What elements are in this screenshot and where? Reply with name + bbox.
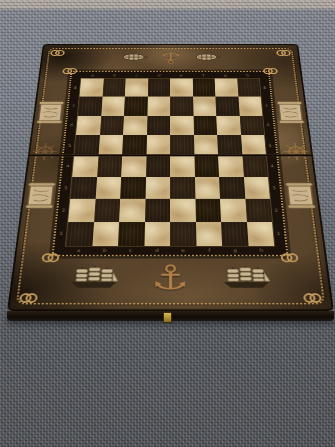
square-g1[interactable] [221,222,248,246]
checkerboard [66,79,274,246]
ship-topview-icon [120,52,149,61]
square-b8[interactable] [102,79,125,97]
scroll-map-icon [23,180,57,211]
square-d7[interactable] [147,97,170,116]
coordinate-label: a [81,73,104,77]
coordinate-label: 6 [264,116,273,136]
square-b3[interactable] [95,177,121,199]
coordinate-label: 2 [59,199,69,222]
square-g2[interactable] [220,199,247,222]
coordinate-label: 7 [69,97,77,116]
coordinate-label: 1 [56,222,66,246]
square-e6[interactable] [170,116,194,136]
square-b2[interactable] [94,199,121,222]
scroll-map-icon [283,180,317,211]
coordinate-label: 7 [262,97,270,116]
square-f1[interactable] [196,222,223,246]
square-b4[interactable] [97,156,122,177]
coordinate-label: g [214,73,236,77]
square-b7[interactable] [101,97,125,116]
coordinate-label: 8 [261,79,269,97]
rope-knot-icon [19,292,38,303]
square-f8[interactable] [192,79,215,97]
rope-knot-icon [280,252,298,262]
square-h1[interactable] [246,222,274,246]
file-labels-top: abcdefgh [81,73,259,77]
fold-seam [28,154,313,156]
coordinate-label: d [148,73,170,77]
square-c1[interactable] [118,222,145,246]
coordinate-label: 5 [65,135,74,155]
square-c5[interactable] [122,135,146,155]
square-e8[interactable] [170,79,193,97]
square-f6[interactable] [193,116,217,136]
square-g6[interactable] [216,116,240,136]
playing-field-frame: abcdefgh abcdefgh 87654321 87654321 [52,71,289,256]
square-h8[interactable] [237,79,261,97]
square-h2[interactable] [245,199,272,222]
square-d1[interactable] [144,222,170,246]
square-d6[interactable] [147,116,171,136]
board-border: ⚓ [7,44,334,311]
coordinate-label: 2 [272,199,282,222]
coordinate-label: f [192,73,214,77]
square-g8[interactable] [215,79,238,97]
coordinate-label: b [91,247,117,253]
square-f3[interactable] [195,177,220,199]
square-h7[interactable] [238,97,262,116]
coordinate-label: a [65,247,92,253]
square-c3[interactable] [120,177,145,199]
square-a2[interactable] [68,199,95,222]
square-c4[interactable] [121,156,146,177]
square-h4[interactable] [242,156,268,177]
square-a6[interactable] [76,116,101,136]
square-a5[interactable] [74,135,99,155]
rope-knot-icon [62,67,77,74]
coordinate-label: 5 [266,135,275,155]
coordinate-label: c [126,73,148,77]
square-d2[interactable] [145,199,170,222]
square-a1[interactable] [66,222,94,246]
coordinate-label: c [118,247,144,253]
rope-knot-icon [50,49,65,56]
square-a7[interactable] [78,97,102,116]
square-c7[interactable] [124,97,148,116]
square-g7[interactable] [215,97,239,116]
file-labels-bottom: abcdefgh [65,247,275,253]
coordinate-label: h [236,73,258,77]
scroll-map-icon [35,99,67,125]
coordinate-label: 1 [274,222,284,246]
square-e5[interactable] [170,135,194,155]
sailing-ship-icon [219,265,273,290]
scroll-map-icon [275,99,307,125]
square-c6[interactable] [123,116,147,136]
sailing-ship-icon [67,265,121,290]
square-d5[interactable] [146,135,170,155]
square-g3[interactable] [219,177,245,199]
ship-topview-icon [193,52,222,61]
square-a8[interactable] [80,79,104,97]
ship-wheel-icon [282,142,310,161]
rope-knot-icon [263,67,278,74]
square-h3[interactable] [243,177,269,199]
square-g5[interactable] [217,135,242,155]
rope-knot-icon [303,292,322,303]
square-h5[interactable] [241,135,266,155]
rope-knot-icon [41,252,59,262]
square-d4[interactable] [146,156,170,177]
square-d3[interactable] [145,177,170,199]
coordinate-label: d [144,247,170,253]
square-h6[interactable] [239,116,264,136]
coordinate-label: h [248,247,275,253]
chess-board: ⚓ [7,44,334,311]
square-e2[interactable] [170,199,195,222]
square-f5[interactable] [194,135,218,155]
square-b5[interactable] [98,135,123,155]
coordinate-label: 3 [61,177,70,199]
coordinate-label: 4 [268,156,277,177]
ship-wheel-icon [31,142,59,161]
coordinate-label: e [170,247,196,253]
square-d8[interactable] [147,79,170,97]
square-c8[interactable] [125,79,148,97]
square-f2[interactable] [195,199,221,222]
coordinate-label: b [103,73,125,77]
coordinate-label: 6 [67,116,76,136]
square-a3[interactable] [70,177,96,199]
square-e7[interactable] [170,97,193,116]
rope-knot-icon [276,49,291,56]
square-c2[interactable] [119,199,145,222]
square-e1[interactable] [170,222,196,246]
coordinate-label: 4 [63,156,72,177]
coordinate-label: 3 [270,177,279,199]
square-f7[interactable] [193,97,216,116]
anchor-icon: ⚓ [160,50,181,65]
coordinate-label: g [222,247,248,253]
coordinate-label: f [196,247,222,253]
coordinate-label: e [170,73,192,77]
square-a4[interactable] [72,156,98,177]
brass-latch [163,312,172,323]
square-e3[interactable] [170,177,195,199]
square-b1[interactable] [92,222,119,246]
square-b6[interactable] [100,116,124,136]
square-g4[interactable] [218,156,243,177]
square-f4[interactable] [194,156,219,177]
coordinate-label: 8 [71,79,79,97]
anchor-icon: ⚓ [151,261,190,295]
square-e4[interactable] [170,156,194,177]
